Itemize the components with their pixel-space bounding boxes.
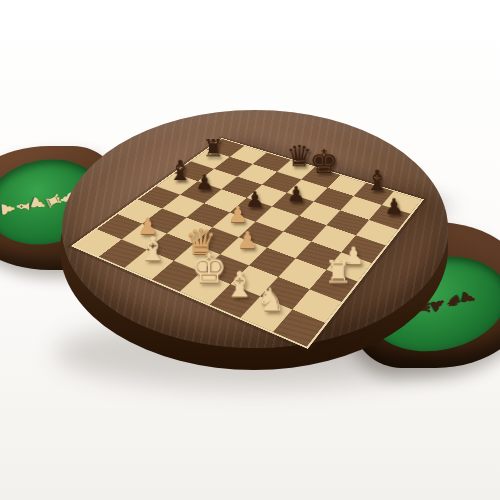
right-drawer-pawn-4[interactable]: ♟: [458, 288, 478, 307]
black-bishop-h2[interactable]: ♝: [365, 167, 390, 195]
black-pawn-g1[interactable]: ♟: [384, 196, 404, 218]
white-knight-a2[interactable]: ♞: [257, 284, 286, 316]
black-bishop-e8[interactable]: ♝: [168, 157, 193, 185]
chess-set-photo: ♟♝♟♜♟♞ ♟♜♟♞♟ ♝♜♟♟♝♛♟♟♛♚♟♟♚♝♞♝♜♟♟: [0, 0, 500, 500]
black-rook-g8[interactable]: ♜: [203, 137, 224, 161]
white-bishop-a3[interactable]: ♝: [224, 267, 255, 302]
square-f2[interactable]: [326, 210, 368, 235]
white-king-a4[interactable]: ♚: [191, 249, 228, 290]
white-rook-c1[interactable]: ♜: [325, 257, 352, 288]
white-bishop-a6[interactable]: ♝: [138, 233, 167, 266]
black-pawn-e7[interactable]: ♟: [195, 173, 214, 194]
white-pawn-d5[interactable]: ♟: [228, 204, 248, 226]
black-king-h4[interactable]: ♚: [310, 146, 339, 179]
black-pawn-f4[interactable]: ♟: [287, 184, 306, 205]
white-pawn-c4[interactable]: ♟: [237, 229, 258, 252]
